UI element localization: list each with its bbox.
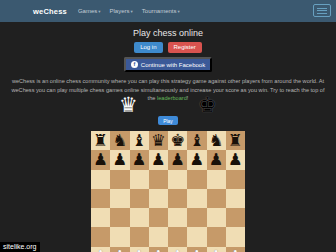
board-square[interactable] bbox=[226, 227, 245, 246]
chess-board[interactable]: ♜♞♝♛♚♝♞♜♟♟♟♟♟♟♟♟♟♟♟♟♟♟♟♟♜♞♝♛♚♝♞♜ bbox=[91, 131, 245, 252]
board-square[interactable] bbox=[91, 227, 110, 246]
board-square[interactable]: ♜ bbox=[226, 131, 245, 150]
facebook-login-button[interactable]: f Continue with Facebook bbox=[124, 57, 212, 72]
board-square[interactable]: ♟ bbox=[149, 247, 168, 252]
navbar-toggle-button[interactable] bbox=[313, 4, 331, 17]
brand-logo[interactable]: weChess bbox=[33, 7, 67, 16]
board-square[interactable]: ♟ bbox=[168, 150, 187, 169]
description-text-end: ! bbox=[187, 95, 189, 101]
board-square[interactable]: ♟ bbox=[187, 247, 206, 252]
black-piece: ♟ bbox=[170, 150, 185, 169]
board-square[interactable] bbox=[187, 189, 206, 208]
play-button[interactable]: Play bbox=[158, 116, 178, 125]
site-description: weChess is an online chess community whe… bbox=[11, 77, 325, 102]
board-square[interactable]: ♟ bbox=[226, 247, 245, 252]
white-piece: ♟ bbox=[112, 247, 127, 252]
board-square[interactable] bbox=[226, 189, 245, 208]
board-square[interactable]: ♟ bbox=[110, 150, 129, 169]
board-square[interactable] bbox=[91, 170, 110, 189]
navbar: weChess Games ▾ Players ▾ Tournaments ▾ bbox=[0, 0, 336, 22]
facebook-button-label: Continue with Facebook bbox=[141, 62, 205, 68]
board-square[interactable] bbox=[91, 189, 110, 208]
nav-item-label: Players bbox=[110, 8, 130, 14]
board-square[interactable]: ♟ bbox=[226, 150, 245, 169]
auth-buttons: Log in Register bbox=[0, 42, 336, 53]
board-square[interactable]: ♟ bbox=[110, 247, 129, 252]
chevron-down-icon: ▾ bbox=[131, 9, 133, 14]
watermark: sitelike.org bbox=[0, 242, 40, 252]
black-piece: ♟ bbox=[189, 150, 204, 169]
board-square[interactable] bbox=[168, 208, 187, 227]
black-piece: ♟ bbox=[228, 150, 243, 169]
board-square[interactable] bbox=[226, 170, 245, 189]
board-square[interactable] bbox=[207, 189, 226, 208]
black-piece: ♟ bbox=[151, 150, 166, 169]
chevron-down-icon: ▾ bbox=[178, 9, 180, 14]
board-square[interactable]: ♟ bbox=[149, 150, 168, 169]
board-square[interactable] bbox=[168, 170, 187, 189]
black-piece: ♜ bbox=[93, 131, 108, 150]
login-button[interactable]: Log in bbox=[134, 42, 162, 53]
board-square[interactable] bbox=[207, 170, 226, 189]
board-square[interactable] bbox=[168, 227, 187, 246]
black-piece: ♝ bbox=[132, 131, 147, 150]
board-square[interactable] bbox=[226, 208, 245, 227]
board-square[interactable]: ♟ bbox=[168, 247, 187, 252]
board-square[interactable] bbox=[207, 208, 226, 227]
hamburger-icon bbox=[317, 13, 327, 14]
board-square[interactable]: ♟ bbox=[207, 247, 226, 252]
board-square[interactable]: ♟ bbox=[207, 150, 226, 169]
board-square[interactable]: ♛ bbox=[149, 131, 168, 150]
board-square[interactable]: ♚ bbox=[168, 131, 187, 150]
black-piece: ♜ bbox=[228, 131, 243, 150]
white-piece: ♟ bbox=[93, 247, 108, 252]
black-piece: ♟ bbox=[93, 150, 108, 169]
board-square[interactable] bbox=[149, 208, 168, 227]
board-square[interactable] bbox=[130, 189, 149, 208]
white-piece: ♟ bbox=[132, 247, 147, 252]
board-square[interactable] bbox=[91, 208, 110, 227]
white-piece: ♟ bbox=[170, 247, 185, 252]
hamburger-icon bbox=[317, 8, 327, 9]
board-square[interactable]: ♟ bbox=[91, 150, 110, 169]
board-square[interactable] bbox=[130, 227, 149, 246]
black-piece: ♚ bbox=[170, 131, 185, 150]
page-title: Play chess online bbox=[0, 28, 336, 38]
board-square[interactable]: ♟ bbox=[130, 150, 149, 169]
nav-item-label: Tournaments bbox=[142, 8, 177, 14]
board-square[interactable]: ♟ bbox=[130, 247, 149, 252]
board-square[interactable]: ♜ bbox=[91, 131, 110, 150]
board-square[interactable] bbox=[187, 208, 206, 227]
board-square[interactable] bbox=[110, 208, 129, 227]
black-piece: ♛ bbox=[151, 131, 166, 150]
board-square[interactable]: ♞ bbox=[207, 131, 226, 150]
white-piece: ♟ bbox=[209, 247, 224, 252]
board-square[interactable] bbox=[149, 170, 168, 189]
white-piece: ♟ bbox=[151, 247, 166, 252]
board-square[interactable]: ♟ bbox=[91, 247, 110, 252]
board-square[interactable]: ♞ bbox=[110, 131, 129, 150]
black-piece: ♞ bbox=[112, 131, 127, 150]
board-square[interactable] bbox=[207, 227, 226, 246]
black-piece: ♟ bbox=[112, 150, 127, 169]
white-queen-icon: ♛ bbox=[119, 95, 138, 116]
nav-item-label: Games bbox=[78, 8, 97, 14]
board-square[interactable] bbox=[130, 208, 149, 227]
leaderboard-link[interactable]: leaderboard bbox=[157, 95, 187, 101]
hamburger-icon bbox=[317, 10, 327, 11]
black-piece: ♟ bbox=[132, 150, 147, 169]
nav-item-tournaments[interactable]: Tournaments ▾ bbox=[142, 8, 180, 14]
board-square[interactable] bbox=[130, 170, 149, 189]
board-square[interactable] bbox=[149, 227, 168, 246]
board-square[interactable] bbox=[149, 189, 168, 208]
board-square[interactable] bbox=[110, 189, 129, 208]
black-piece: ♝ bbox=[189, 131, 204, 150]
black-piece: ♞ bbox=[209, 131, 224, 150]
board-square[interactable]: ♝ bbox=[187, 131, 206, 150]
nav-item-games[interactable]: Games ▾ bbox=[78, 8, 101, 14]
board-square[interactable] bbox=[187, 170, 206, 189]
board-square[interactable] bbox=[110, 227, 129, 246]
chevron-down-icon: ▾ bbox=[98, 9, 100, 14]
board-square[interactable] bbox=[110, 170, 129, 189]
white-piece: ♟ bbox=[189, 247, 204, 252]
board-square[interactable] bbox=[168, 189, 187, 208]
board-square[interactable]: ♟ bbox=[187, 150, 206, 169]
register-button[interactable]: Register bbox=[168, 42, 202, 53]
black-piece: ♟ bbox=[209, 150, 224, 169]
board-square[interactable]: ♝ bbox=[130, 131, 149, 150]
black-king-icon: ♚ bbox=[198, 95, 217, 116]
board-square[interactable] bbox=[187, 227, 206, 246]
facebook-icon: f bbox=[131, 61, 138, 68]
white-piece: ♟ bbox=[228, 247, 243, 252]
nav-item-players[interactable]: Players ▾ bbox=[110, 8, 133, 14]
